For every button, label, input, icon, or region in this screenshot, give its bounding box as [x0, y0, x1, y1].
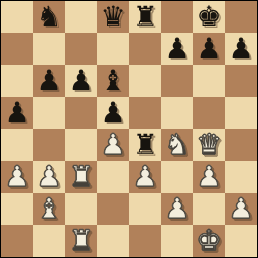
square-g4[interactable]: ♛ — [193, 129, 225, 161]
square-e1[interactable] — [129, 225, 161, 257]
square-d5[interactable]: ♟ — [97, 97, 129, 129]
square-b5[interactable] — [33, 97, 65, 129]
piece-black-bishop-d6: ♝ — [97, 65, 129, 97]
square-g6[interactable] — [193, 65, 225, 97]
square-h8[interactable] — [225, 1, 257, 33]
square-e5[interactable] — [129, 97, 161, 129]
square-g5[interactable] — [193, 97, 225, 129]
piece-black-pawn-f7: ♟ — [161, 33, 193, 65]
piece-white-pawn-e3: ♟ — [129, 161, 161, 193]
square-d7[interactable] — [97, 33, 129, 65]
piece-white-king-g1: ♚ — [193, 225, 225, 257]
square-c4[interactable] — [65, 129, 97, 161]
square-b7[interactable] — [33, 33, 65, 65]
piece-white-pawn-f2: ♟ — [161, 193, 193, 225]
square-g2[interactable] — [193, 193, 225, 225]
square-f6[interactable] — [161, 65, 193, 97]
square-c5[interactable] — [65, 97, 97, 129]
square-e2[interactable] — [129, 193, 161, 225]
piece-black-pawn-a5: ♟ — [1, 97, 33, 129]
square-a2[interactable] — [1, 193, 33, 225]
piece-white-rook-c3: ♜ — [65, 161, 97, 193]
square-d1[interactable] — [97, 225, 129, 257]
square-h3[interactable] — [225, 161, 257, 193]
square-a8[interactable] — [1, 1, 33, 33]
chess-board-window: ♞♛♜♚♟♟♟♟♟♝♟♟♟♜♞♛♟♟♜♟♟♝♟♟♜♚ — [0, 0, 258, 258]
square-c2[interactable] — [65, 193, 97, 225]
square-b3[interactable]: ♟ — [33, 161, 65, 193]
square-b1[interactable] — [33, 225, 65, 257]
piece-white-pawn-h2: ♟ — [225, 193, 257, 225]
square-h6[interactable] — [225, 65, 257, 97]
piece-white-bishop-b2: ♝ — [33, 193, 65, 225]
square-b8[interactable]: ♞ — [33, 1, 65, 33]
square-g7[interactable]: ♟ — [193, 33, 225, 65]
piece-black-pawn-g7: ♟ — [193, 33, 225, 65]
square-f4[interactable]: ♞ — [161, 129, 193, 161]
piece-black-pawn-b6: ♟ — [33, 65, 65, 97]
square-g8[interactable]: ♚ — [193, 1, 225, 33]
piece-black-rook-e8: ♜ — [129, 1, 161, 33]
square-d3[interactable] — [97, 161, 129, 193]
square-e3[interactable]: ♟ — [129, 161, 161, 193]
chess-board: ♞♛♜♚♟♟♟♟♟♝♟♟♟♜♞♛♟♟♜♟♟♝♟♟♜♚ — [0, 0, 258, 258]
piece-black-pawn-c6: ♟ — [65, 65, 97, 97]
square-d4[interactable]: ♟ — [97, 129, 129, 161]
piece-white-pawn-d4: ♟ — [97, 129, 129, 161]
square-g3[interactable]: ♟ — [193, 161, 225, 193]
square-h5[interactable] — [225, 97, 257, 129]
square-b6[interactable]: ♟ — [33, 65, 65, 97]
square-a4[interactable] — [1, 129, 33, 161]
square-f7[interactable]: ♟ — [161, 33, 193, 65]
piece-black-pawn-h7: ♟ — [225, 33, 257, 65]
square-c3[interactable]: ♜ — [65, 161, 97, 193]
piece-black-knight-b8: ♞ — [33, 1, 65, 33]
square-g1[interactable]: ♚ — [193, 225, 225, 257]
piece-white-pawn-a3: ♟ — [1, 161, 33, 193]
square-c7[interactable] — [65, 33, 97, 65]
square-b2[interactable]: ♝ — [33, 193, 65, 225]
square-f1[interactable] — [161, 225, 193, 257]
square-c1[interactable]: ♜ — [65, 225, 97, 257]
square-d8[interactable]: ♛ — [97, 1, 129, 33]
square-f5[interactable] — [161, 97, 193, 129]
square-d6[interactable]: ♝ — [97, 65, 129, 97]
square-a6[interactable] — [1, 65, 33, 97]
square-e6[interactable] — [129, 65, 161, 97]
square-d2[interactable] — [97, 193, 129, 225]
square-a1[interactable] — [1, 225, 33, 257]
square-b4[interactable] — [33, 129, 65, 161]
square-f3[interactable] — [161, 161, 193, 193]
square-e7[interactable] — [129, 33, 161, 65]
piece-white-rook-c1: ♜ — [65, 225, 97, 257]
piece-black-king-g8: ♚ — [193, 1, 225, 33]
square-f8[interactable] — [161, 1, 193, 33]
square-h2[interactable]: ♟ — [225, 193, 257, 225]
piece-black-queen-d8: ♛ — [97, 1, 129, 33]
piece-white-knight-f4: ♞ — [161, 129, 193, 161]
square-c8[interactable] — [65, 1, 97, 33]
square-h4[interactable] — [225, 129, 257, 161]
piece-white-pawn-b3: ♟ — [33, 161, 65, 193]
piece-black-rook-e4: ♜ — [129, 129, 161, 161]
square-e8[interactable]: ♜ — [129, 1, 161, 33]
square-a5[interactable]: ♟ — [1, 97, 33, 129]
square-h7[interactable]: ♟ — [225, 33, 257, 65]
piece-white-queen-g4: ♛ — [193, 129, 225, 161]
square-f2[interactable]: ♟ — [161, 193, 193, 225]
piece-black-pawn-d5: ♟ — [97, 97, 129, 129]
square-e4[interactable]: ♜ — [129, 129, 161, 161]
square-a7[interactable] — [1, 33, 33, 65]
piece-white-pawn-g3: ♟ — [193, 161, 225, 193]
square-h1[interactable] — [225, 225, 257, 257]
square-a3[interactable]: ♟ — [1, 161, 33, 193]
square-c6[interactable]: ♟ — [65, 65, 97, 97]
